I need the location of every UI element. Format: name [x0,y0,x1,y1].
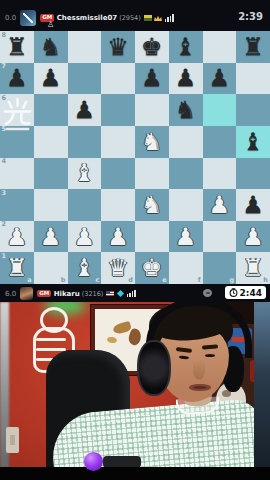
square-f6[interactable]: ♞ [169,94,203,126]
square-e7[interactable]: ♟ [135,63,169,95]
square-g8[interactable] [203,31,237,63]
square-c7[interactable] [68,63,102,95]
headphone-left-cup [137,340,171,396]
piece-black-b-h5[interactable]: ♝ [236,126,270,158]
square-d1[interactable]: d♛ [101,252,135,284]
square-a1[interactable]: 1a♜ [0,252,34,284]
piece-black-p-f7[interactable]: ♟ [169,63,203,95]
square-h1[interactable]: h♜ [236,252,270,284]
square-g1[interactable]: g [203,252,237,284]
square-d3[interactable] [101,189,135,221]
captured-pawn-icon: ♙ [47,21,54,29]
square-e8[interactable]: ♚ [135,31,169,63]
square-g4[interactable] [203,158,237,190]
square-d8[interactable]: ♛ [101,31,135,63]
piece-white-b-c4[interactable]: ♝ [68,158,102,190]
file-label-b: b [61,277,66,284]
square-b7[interactable]: ♟ [34,63,68,95]
square-a4[interactable]: 4 [0,158,34,190]
rank-label-3: 3 [2,190,7,197]
piece-white-n-e5[interactable]: ♞ [135,126,169,158]
neon-sign-stripe [36,348,66,351]
piece-white-p-c2[interactable]: ♟ [68,221,102,253]
piece-black-k-e8[interactable]: ♚ [135,31,169,63]
stream-clip: 0.0 GM Chessmissile07 (2954) ♙ 2:39 8♜♞♛… [0,0,270,480]
square-f2[interactable]: ♟ [169,221,203,253]
square-e1[interactable]: e♚ [135,252,169,284]
streamer-mouth [189,384,211,391]
square-h7[interactable] [236,63,270,95]
square-h8[interactable]: ♜ [236,31,270,63]
piece-white-p-f2[interactable]: ♟ [169,221,203,253]
file-label-g: g [230,277,235,284]
square-h6[interactable] [236,94,270,126]
square-d7[interactable] [101,63,135,95]
piece-black-p-b7[interactable]: ♟ [34,63,68,95]
artwork-sketch [107,336,118,344]
square-b4[interactable] [34,158,68,190]
square-g3[interactable]: ♟ [203,189,237,221]
square-b8[interactable]: ♞ [34,31,68,63]
piece-black-p-e7[interactable]: ♟ [135,63,169,95]
square-e2[interactable] [135,221,169,253]
connection-bars-icon [127,290,136,298]
streamer-eye [205,354,215,357]
square-b5[interactable] [34,126,68,158]
piece-black-p-g7[interactable]: ♟ [203,63,237,95]
streamer-nose [193,360,205,380]
crown-icon [154,15,162,22]
piece-white-p-g3[interactable]: ♟ [203,189,237,221]
square-f3[interactable] [169,189,203,221]
square-c2[interactable]: ♟ [68,221,102,253]
square-a7[interactable]: 7♟ [0,63,34,95]
file-label-d: d [128,277,133,284]
piece-white-p-b2[interactable]: ♟ [34,221,68,253]
square-h3[interactable]: ♟ [236,189,270,221]
connection-bars-icon [165,14,174,22]
top-player-avatar[interactable] [20,10,36,26]
piece-black-q-d8[interactable]: ♛ [101,31,135,63]
top-player-bar: 0.0 GM Chessmissile07 (2954) ♙ 2:39 [0,0,270,31]
piece-black-n-b8[interactable]: ♞ [34,31,68,63]
square-h4[interactable] [236,158,270,190]
file-label-c: c [95,277,99,284]
piece-black-n-f6[interactable]: ♞ [169,94,203,126]
top-player-score: 0.0 [5,14,16,22]
bottom-letterbox [0,467,270,480]
square-e4[interactable] [135,158,169,190]
top-player-clock: 2:39 [238,11,263,22]
bottom-player-name[interactable]: Hikaru [54,290,80,298]
top-player-rating: (2954) [119,14,141,22]
square-b2[interactable]: ♟ [34,221,68,253]
purple-orb [84,452,103,471]
rank-label-4: 4 [2,158,7,165]
square-e5[interactable]: ♞ [135,126,169,158]
clock-icon [229,288,238,297]
square-a3[interactable]: 3 [0,189,34,221]
bottom-player-avatar[interactable] [20,287,33,300]
square-d5[interactable] [101,126,135,158]
square-f1[interactable]: f [169,252,203,284]
square-h2[interactable]: ♟ [236,221,270,253]
bottom-player-bar: 6.0 GM Hikaru (3216) 2:44 [0,284,270,302]
square-g2[interactable] [203,221,237,253]
watermark-glyph [1,96,34,132]
square-a2[interactable]: 2♟ [0,221,34,253]
file-label-e: e [162,277,166,284]
square-h5[interactable]: ♝ [236,126,270,158]
mic-arm [254,302,270,480]
country-flag-icon [144,15,152,21]
square-b3[interactable] [34,189,68,221]
rank-label-1: 1 [2,253,7,260]
piece-black-p-c6[interactable]: ♟ [68,94,102,126]
square-b1[interactable]: b [34,252,68,284]
light-switch [6,427,19,453]
bottom-player-clock-box: 2:44 [225,286,266,299]
piece-white-p-d2[interactable]: ♟ [101,221,135,253]
square-a8[interactable]: 8♜ [0,31,34,63]
bottom-player-rating: (3216) [82,290,104,298]
rank-label-7: 7 [2,63,7,70]
piece-black-r-h8[interactable]: ♜ [236,31,270,63]
top-player-name[interactable]: Chessmissile07 [57,14,118,22]
piece-white-p-h2[interactable]: ♟ [236,221,270,253]
square-f8[interactable]: ♝ [169,31,203,63]
square-c1[interactable]: c♝ [68,252,102,284]
webcam-scene [0,302,270,480]
rank-label-8: 8 [2,32,7,39]
bottom-player-clock: 2:44 [240,288,262,298]
square-d6[interactable] [101,94,135,126]
left-blur-edge [0,302,9,480]
bottom-player-title-badge: GM [37,290,51,298]
piece-black-p-h3[interactable]: ♟ [236,189,270,221]
square-c4[interactable]: ♝ [68,158,102,190]
neon-sign-stripe [36,338,66,341]
us-flag-icon [106,291,114,297]
square-e3[interactable]: ♞ [135,189,169,221]
square-b6[interactable] [34,94,68,126]
chess-board[interactable]: 8♜♞♛♚♝♜7♟♟♟♟♟6♟♞5♞♝4♝3♞♟♟2♟♟♟♟♟♟1a♜bc♝d♛… [0,31,270,284]
square-d2[interactable]: ♟ [101,221,135,253]
square-f7[interactable]: ♟ [169,63,203,95]
square-c8[interactable] [68,31,102,63]
square-d4[interactable] [101,158,135,190]
square-g5[interactable] [203,126,237,158]
square-g7[interactable]: ♟ [203,63,237,95]
square-c5[interactable] [68,126,102,158]
square-g6[interactable] [203,94,237,126]
file-label-h: h [263,277,268,284]
file-label-a: a [27,277,31,284]
square-e6[interactable] [135,94,169,126]
piece-white-n-e3[interactable]: ♞ [135,189,169,221]
diamond-membership-icon [117,290,124,297]
square-f5[interactable] [169,126,203,158]
more-options-icon[interactable] [203,289,212,297]
square-c3[interactable] [68,189,102,221]
file-label-f: f [198,277,201,284]
bottom-player-score: 6.0 [5,290,16,298]
piece-black-b-f8[interactable]: ♝ [169,31,203,63]
square-f4[interactable] [169,158,203,190]
square-c6[interactable]: ♟ [68,94,102,126]
rank-label-2: 2 [2,221,7,228]
